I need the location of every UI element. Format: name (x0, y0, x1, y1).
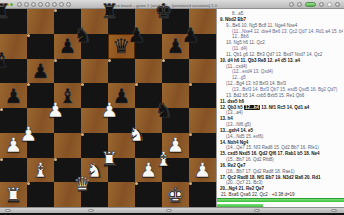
square-d6[interactable] (81, 59, 108, 84)
piece-white-p-h2[interactable]: ♟ (194, 160, 212, 180)
toolbar-right-circle-icon-1[interactable] (289, 2, 294, 7)
square-g8[interactable]: ♚ (162, 9, 165, 12)
move-text[interactable]: 12. Qb3 h5 (220, 105, 244, 110)
toolbar-right (289, 2, 340, 7)
toolbar-right-circle-icon-2[interactable] (297, 2, 302, 7)
statusbar-control-icon-3[interactable] (166, 209, 172, 213)
square-a6[interactable]: ♝ (0, 59, 3, 62)
piece-black-b-a6[interactable]: ♝ (0, 50, 10, 70)
piece-black-k-g8[interactable]: ♚ (155, 1, 173, 21)
square-b6[interactable]: ♟ (27, 59, 54, 84)
piece-white-p-c4[interactable]: ♟ (47, 100, 65, 120)
square-h3[interactable] (189, 133, 192, 136)
piece-black-p-a5[interactable]: ♟ (5, 86, 23, 106)
square-g4[interactable]: ♞ (162, 108, 165, 111)
square-g1[interactable]: ♚ (162, 182, 189, 207)
square-h5[interactable] (189, 83, 192, 86)
chess-board: ♜♜♚♟♞♛♟♟♟♝♟♟♝♟♟♟♞♟♟♞♟♝♞♜♟♝♟♜♛♚ (0, 9, 216, 207)
piece-white-p-b3[interactable]: ♟ (20, 124, 38, 144)
square-c6[interactable] (54, 59, 57, 62)
square-a2[interactable] (0, 158, 3, 161)
square-e4[interactable]: ♟ (108, 108, 111, 111)
square-e2[interactable]: ♜ (108, 158, 111, 161)
square-d3[interactable] (81, 133, 84, 136)
toolbar-button-icon-6[interactable] (52, 2, 57, 7)
toolbar-button-icon-1[interactable] (17, 2, 22, 7)
piece-white-b-g2[interactable]: ♝ (155, 149, 173, 169)
square-b2[interactable]: ♝ (27, 158, 54, 183)
piece-white-p-e4[interactable]: ♟ (101, 100, 119, 120)
piece-black-r-e8[interactable]: ♜ (101, 1, 119, 21)
piece-white-r-a1[interactable]: ♜ (5, 185, 23, 205)
toolbar-left (17, 2, 71, 7)
square-b5[interactable] (27, 83, 30, 86)
square-f3[interactable]: ♞ (135, 133, 138, 136)
toolbar-right-white-icon-5[interactable] (327, 2, 332, 7)
square-h2[interactable]: ♟ (189, 158, 216, 183)
piece-white-k-g1[interactable]: ♚ (167, 185, 185, 205)
square-c4[interactable]: ♟ (54, 108, 57, 111)
square-f5[interactable] (135, 83, 138, 86)
square-b1[interactable] (27, 182, 30, 185)
statusbar-control-icon-2[interactable] (88, 209, 94, 213)
square-h4[interactable] (189, 108, 216, 133)
piece-white-b-b2[interactable]: ♝ (32, 160, 50, 180)
statusbar-control-icon-4[interactable] (254, 209, 260, 213)
square-d5[interactable] (81, 83, 84, 86)
square-b8[interactable] (27, 9, 54, 34)
square-h7[interactable]: ♟ (189, 34, 192, 37)
selected-move[interactable]: 12...h4 (244, 105, 260, 110)
square-c8[interactable] (54, 9, 57, 12)
move-list: 8...a59. Nbd2 Bb79...Be6 10. Ng5 Bc8 11.… (217, 11, 343, 192)
piece-white-n-f3[interactable]: ♞ (128, 124, 146, 144)
toolbar-right-circle-icon-4[interactable] (319, 2, 324, 7)
piece-black-p-f7[interactable]: ♟ (128, 25, 146, 45)
square-b3[interactable]: ♟ (27, 133, 30, 136)
piece-black-p-h7[interactable]: ♟ (182, 25, 200, 45)
move-line-13[interactable]: (13...Bxf3 14. Bxf3 Qb7 15. exd5 Qxd5 16… (217, 87, 343, 93)
square-d1[interactable]: ♛ (81, 182, 84, 185)
square-a1[interactable]: ♜ (0, 182, 27, 207)
piece-black-p-b6[interactable]: ♟ (32, 61, 50, 81)
toolbar-button-icon-7[interactable] (59, 2, 64, 7)
piece-white-r-e2[interactable]: ♜ (101, 149, 119, 169)
statusbar-control-icon-5[interactable] (331, 209, 337, 213)
square-b7[interactable] (27, 34, 30, 37)
piece-black-n-d7[interactable]: ♞ (74, 25, 92, 45)
piece-black-r-a8[interactable]: ♜ (0, 1, 10, 21)
toolbar-button-icon-4[interactable] (38, 2, 43, 7)
piece-black-n-g4[interactable]: ♞ (155, 100, 173, 120)
square-g2[interactable]: ♝ (162, 158, 165, 161)
toolbar-button-icon-8[interactable] (66, 2, 71, 7)
notation-panel: 8...a59. Nbd2 Bb79...Be6 10. Ng5 Bc8 11.… (216, 9, 344, 207)
square-h6[interactable] (189, 59, 216, 84)
square-e8[interactable]: ♜ (108, 9, 111, 12)
engine-eval-area: 21. Bxa6 Qxa6 22. Qc2 · +0.38 d=19 (217, 192, 344, 207)
toolbar-right-circle-icon-6[interactable] (335, 2, 340, 7)
square-e6[interactable] (108, 59, 111, 62)
square-e1[interactable] (108, 182, 135, 207)
square-c3[interactable] (54, 133, 81, 158)
square-f7[interactable]: ♟ (135, 34, 138, 37)
toolbar-button-icon-2[interactable] (24, 2, 29, 7)
square-f6[interactable] (135, 59, 162, 84)
square-a4[interactable] (0, 108, 3, 111)
square-c2[interactable] (54, 158, 57, 161)
move-text[interactable]: 13. Nf1 Rc5 14. Qd1 a4 (260, 105, 309, 110)
toolbar-right-green-icon-3[interactable] (305, 2, 316, 7)
statusbar-control-icon-1[interactable] (5, 209, 11, 213)
toolbar-button-icon-5[interactable] (45, 2, 50, 7)
status-bar (0, 207, 344, 213)
square-d7[interactable]: ♞ (81, 34, 84, 37)
piece-white-q-d1[interactable]: ♛ (74, 174, 92, 194)
square-a8[interactable]: ♜ (0, 9, 3, 12)
square-f1[interactable] (135, 182, 138, 185)
app-window: Live board – game 1 (analysis) – [annota… (0, 0, 344, 215)
square-g6[interactable] (162, 59, 165, 62)
square-h1[interactable] (189, 182, 192, 185)
toolbar-button-icon-3[interactable] (31, 2, 36, 7)
square-a5[interactable]: ♟ (0, 83, 27, 108)
